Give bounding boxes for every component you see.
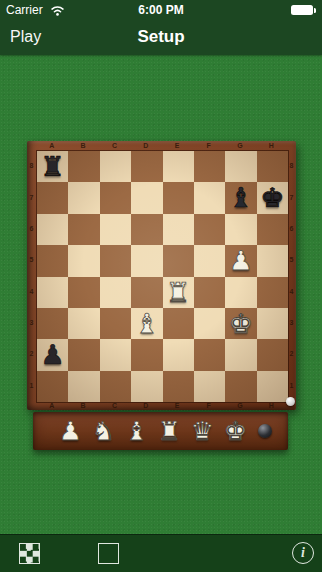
square-h1[interactable] (257, 371, 288, 402)
square-a1[interactable] (37, 371, 68, 402)
square-d8[interactable] (131, 151, 162, 182)
file-label-B: B (67, 141, 98, 150)
start-position-icon[interactable] (19, 543, 40, 564)
square-c6[interactable] (100, 214, 131, 245)
square-e6[interactable] (163, 214, 194, 245)
square-g6[interactable] (225, 214, 256, 245)
tray-piece-white-knight[interactable]: ♞ (87, 412, 120, 450)
square-g3[interactable]: ♚ (225, 308, 256, 339)
rank-label-7: 7 (27, 181, 36, 212)
file-label-F: F (193, 141, 224, 150)
square-g7[interactable]: ♝ (225, 182, 256, 213)
square-a7[interactable] (37, 182, 68, 213)
file-label-H: H (256, 141, 287, 150)
file-label-G: G (224, 141, 255, 150)
tray-piece-white-queen[interactable]: ♛ (186, 412, 219, 450)
square-a5[interactable] (37, 245, 68, 276)
square-c3[interactable] (100, 308, 131, 339)
piece-white-pawn[interactable]: ♟ (225, 245, 256, 276)
square-f6[interactable] (194, 214, 225, 245)
square-d1[interactable] (131, 371, 162, 402)
piece-black-pawn[interactable]: ♟ (37, 339, 68, 370)
square-c7[interactable] (100, 182, 131, 213)
piece-black-king[interactable]: ♚ (257, 182, 288, 213)
square-h5[interactable] (257, 245, 288, 276)
square-e4[interactable]: ♜ (163, 277, 194, 308)
tray-piece-white-pawn[interactable]: ♟ (54, 412, 87, 450)
tray-piece-white-rook[interactable]: ♜ (153, 412, 186, 450)
square-d3[interactable]: ♝ (131, 308, 162, 339)
rank-label-8: 8 (27, 150, 36, 181)
square-c1[interactable] (100, 371, 131, 402)
rank-label-2: 2 (27, 338, 36, 369)
square-f7[interactable] (194, 182, 225, 213)
piece-white-king[interactable]: ♚ (225, 308, 256, 339)
status-bar: Carrier 6:00 PM (0, 0, 322, 20)
square-h4[interactable] (257, 277, 288, 308)
rank-label-6: 6 (27, 213, 36, 244)
file-labels-top: ABCDEFGH (36, 141, 287, 150)
bottom-toolbar: i (0, 534, 322, 572)
piece-tray: ♟♞♝♜♛♚ (33, 412, 288, 450)
square-b8[interactable] (68, 151, 99, 182)
square-g4[interactable] (225, 277, 256, 308)
square-a2[interactable]: ♟ (37, 339, 68, 370)
square-b7[interactable] (68, 182, 99, 213)
rank-label-5: 5 (27, 244, 36, 275)
square-a8[interactable]: ♜ (37, 151, 68, 182)
file-label-A: A (36, 141, 67, 150)
rank-label-1: 1 (27, 370, 36, 401)
square-e7[interactable] (163, 182, 194, 213)
square-a4[interactable] (37, 277, 68, 308)
square-b1[interactable] (68, 371, 99, 402)
square-a3[interactable] (37, 308, 68, 339)
chess-board: ABCDEFGH ABCDEFGH 87654321 87654321 ♜♝♚♟… (27, 141, 296, 410)
square-c4[interactable] (100, 277, 131, 308)
square-b3[interactable] (68, 308, 99, 339)
square-e1[interactable] (163, 371, 194, 402)
square-g8[interactable] (225, 151, 256, 182)
square-c8[interactable] (100, 151, 131, 182)
square-g5[interactable]: ♟ (225, 245, 256, 276)
clock-time: 6:00 PM (0, 3, 322, 17)
square-g2[interactable] (225, 339, 256, 370)
square-d4[interactable] (131, 277, 162, 308)
chess-setup-screen: Carrier 6:00 PM Play Setup ABCDEFGH ABCD… (0, 0, 322, 572)
square-h6[interactable] (257, 214, 288, 245)
nav-bar: Play Setup (0, 20, 322, 55)
square-g1[interactable] (225, 371, 256, 402)
header: Carrier 6:00 PM Play Setup (0, 0, 322, 55)
tray-pieces: ♟♞♝♜♛♚ (33, 412, 288, 450)
square-f4[interactable] (194, 277, 225, 308)
file-label-C: C (99, 141, 130, 150)
clear-board-icon[interactable] (98, 543, 119, 564)
square-d6[interactable] (131, 214, 162, 245)
page-title: Setup (0, 20, 322, 53)
square-d7[interactable] (131, 182, 162, 213)
square-h2[interactable] (257, 339, 288, 370)
square-f1[interactable] (194, 371, 225, 402)
tray-piece-white-bishop[interactable]: ♝ (120, 412, 153, 450)
square-f3[interactable] (194, 308, 225, 339)
board-squares: ♜♝♚♟♜♝♚♟ (36, 150, 289, 403)
square-h8[interactable] (257, 151, 288, 182)
piece-black-bishop[interactable]: ♝ (225, 182, 256, 213)
square-e3[interactable] (163, 308, 194, 339)
square-b2[interactable] (68, 339, 99, 370)
square-d2[interactable] (131, 339, 162, 370)
square-c5[interactable] (100, 245, 131, 276)
square-e2[interactable] (163, 339, 194, 370)
piece-black-rook[interactable]: ♜ (37, 151, 68, 182)
piece-white-rook[interactable]: ♜ (163, 277, 194, 308)
info-icon[interactable]: i (292, 542, 314, 564)
file-label-E: E (162, 141, 193, 150)
square-f2[interactable] (194, 339, 225, 370)
square-d5[interactable] (131, 245, 162, 276)
square-h7[interactable]: ♚ (257, 182, 288, 213)
black-side-ball[interactable] (258, 424, 272, 438)
square-e8[interactable] (163, 151, 194, 182)
square-a6[interactable] (37, 214, 68, 245)
square-c2[interactable] (100, 339, 131, 370)
piece-white-bishop[interactable]: ♝ (131, 308, 162, 339)
square-h3[interactable] (257, 308, 288, 339)
square-f8[interactable] (194, 151, 225, 182)
white-side-ball[interactable] (286, 397, 295, 406)
rank-label-4: 4 (27, 276, 36, 307)
square-b4[interactable] (68, 277, 99, 308)
rank-labels-left: 87654321 (27, 150, 36, 401)
file-label-D: D (130, 141, 161, 150)
square-f5[interactable] (194, 245, 225, 276)
square-b6[interactable] (68, 214, 99, 245)
tray-piece-white-king[interactable]: ♚ (219, 412, 252, 450)
square-e5[interactable] (163, 245, 194, 276)
square-b5[interactable] (68, 245, 99, 276)
rank-label-3: 3 (27, 307, 36, 338)
battery-full-icon (291, 5, 313, 15)
